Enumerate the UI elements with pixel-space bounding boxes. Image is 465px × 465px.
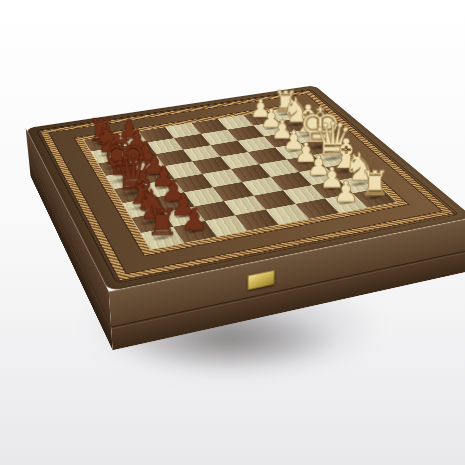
scene: ♜♞♝♛♚♝♞♜♟♟♟♟♟♟♟♟♟♟♟♟♟♟♟♟♜♞♝♛♚♝♞♜: [0, 0, 465, 465]
piece-glyph[interactable]: ♜: [145, 204, 178, 241]
brass-clasp[interactable]: [247, 269, 274, 290]
piece-glyph[interactable]: ♟: [180, 204, 207, 235]
piece-glyph[interactable]: ♜: [359, 166, 390, 200]
chess-case: ♜♞♝♛♚♝♞♜♟♟♟♟♟♟♟♟♟♟♟♟♟♟♟♟♜♞♝♛♚♝♞♜: [28, 108, 465, 321]
piece-glyph[interactable]: ♟: [332, 176, 358, 205]
photo-backdrop: ♜♞♝♛♚♝♞♜♟♟♟♟♟♟♟♟♟♟♟♟♟♟♟♟♜♞♝♛♚♝♞♜: [0, 0, 465, 465]
